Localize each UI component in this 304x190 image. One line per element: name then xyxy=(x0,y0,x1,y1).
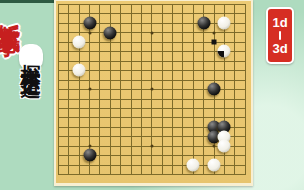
board-wood xyxy=(56,1,251,183)
star-point xyxy=(150,31,153,34)
rank-badge-bottom: 3d xyxy=(272,42,287,55)
black-stone xyxy=(104,26,117,39)
white-stone xyxy=(73,64,86,77)
rank-badge-top: 1d xyxy=(272,16,287,29)
star-point xyxy=(88,31,91,34)
white-stone xyxy=(207,158,220,171)
white-stone xyxy=(187,158,200,171)
banner-secondary-box: 探索棋之正道 xyxy=(19,44,43,70)
white-stone xyxy=(218,17,231,30)
banner-text-secondary: 探索棋之正道 xyxy=(21,48,41,66)
star-point xyxy=(212,144,215,147)
black-quadrant-mark xyxy=(218,45,231,58)
star-point xyxy=(150,88,153,91)
marked-white-stone xyxy=(218,45,231,58)
black-stone xyxy=(83,149,96,162)
black-stone xyxy=(83,17,96,30)
thumbnail-stage: 斩断实战恶手 探索棋之正道 1d 3d xyxy=(0,0,304,190)
star-point xyxy=(150,144,153,147)
white-stone xyxy=(73,36,86,49)
rank-badge: 1d 3d xyxy=(266,7,294,64)
black-stone xyxy=(207,83,220,96)
rank-badge-separator-bar xyxy=(279,31,281,40)
black-stone xyxy=(197,17,210,30)
banner-text-primary: 斩断实战恶手 xyxy=(0,5,20,17)
square-marker xyxy=(211,40,216,45)
star-point xyxy=(88,144,91,147)
star-point xyxy=(88,88,91,91)
top-edge-strip xyxy=(0,0,56,3)
white-stone xyxy=(218,139,231,152)
go-board xyxy=(54,0,253,186)
star-point xyxy=(212,31,215,34)
